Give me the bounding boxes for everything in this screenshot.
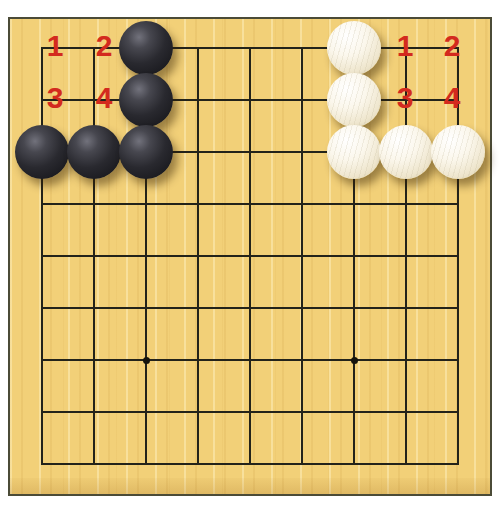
white-stone — [327, 73, 381, 127]
grid-line-horizontal — [41, 411, 459, 413]
hoshi-point — [143, 357, 150, 364]
move-number-label[interactable]: 2 — [444, 31, 461, 61]
white-stone — [327, 125, 381, 179]
move-number-label[interactable]: 3 — [397, 83, 414, 113]
grid-line-vertical — [301, 47, 303, 465]
white-stone — [379, 125, 433, 179]
grid-line-horizontal — [41, 463, 459, 465]
grid-line-horizontal — [41, 255, 459, 257]
white-stone — [431, 125, 485, 179]
grid-line-horizontal — [41, 359, 459, 361]
black-stone — [119, 21, 173, 75]
diagram-canvas: 12341234 — [0, 0, 500, 514]
hoshi-point — [351, 357, 358, 364]
move-number-label[interactable]: 1 — [397, 31, 414, 61]
go-board[interactable]: 12341234 — [8, 17, 492, 496]
move-number-label[interactable]: 4 — [444, 83, 461, 113]
move-number-label[interactable]: 1 — [47, 31, 64, 61]
black-stone — [119, 125, 173, 179]
grid-line-horizontal — [41, 307, 459, 309]
black-stone — [119, 73, 173, 127]
board-front-edge — [10, 478, 490, 494]
move-number-label[interactable]: 2 — [96, 31, 113, 61]
move-number-label[interactable]: 3 — [47, 83, 64, 113]
black-stone — [67, 125, 121, 179]
white-stone — [327, 21, 381, 75]
black-stone — [15, 125, 69, 179]
move-number-label[interactable]: 4 — [96, 83, 113, 113]
